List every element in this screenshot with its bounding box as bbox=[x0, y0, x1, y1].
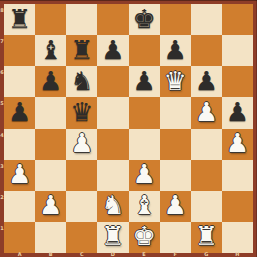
piece-white-pawn[interactable]: ♟ bbox=[8, 161, 31, 187]
square-c5[interactable]: ♛ bbox=[66, 97, 97, 128]
piece-black-bishop[interactable]: ♝ bbox=[39, 37, 62, 63]
square-g7[interactable] bbox=[191, 35, 222, 66]
square-c7[interactable]: ♜ bbox=[66, 35, 97, 66]
square-d4[interactable] bbox=[97, 129, 128, 160]
square-a8[interactable]: ♜ bbox=[4, 4, 35, 35]
square-h6[interactable] bbox=[222, 66, 253, 97]
square-h5[interactable]: ♟ bbox=[222, 97, 253, 128]
square-d5[interactable] bbox=[97, 97, 128, 128]
piece-white-pawn[interactable]: ♟ bbox=[39, 192, 62, 218]
square-d3[interactable] bbox=[97, 160, 128, 191]
square-c3[interactable] bbox=[66, 160, 97, 191]
board: ♜♚♝♜♟♟♟♞♟♛♟♟♛♟♟♟♟♟♟♟♞♝♟♜♚♜ bbox=[4, 4, 253, 253]
square-b6[interactable]: ♟ bbox=[35, 66, 66, 97]
square-d1[interactable]: ♜ bbox=[97, 222, 128, 253]
piece-black-pawn[interactable]: ♟ bbox=[132, 68, 155, 94]
square-h2[interactable] bbox=[222, 191, 253, 222]
square-g5[interactable]: ♟ bbox=[191, 97, 222, 128]
piece-black-pawn[interactable]: ♟ bbox=[39, 68, 62, 94]
square-e6[interactable]: ♟ bbox=[129, 66, 160, 97]
square-b2[interactable]: ♟ bbox=[35, 191, 66, 222]
square-b4[interactable] bbox=[35, 129, 66, 160]
square-h8[interactable] bbox=[222, 4, 253, 35]
piece-black-pawn[interactable]: ♟ bbox=[195, 68, 218, 94]
piece-white-rook[interactable]: ♜ bbox=[195, 223, 218, 249]
square-d6[interactable] bbox=[97, 66, 128, 97]
piece-white-pawn[interactable]: ♟ bbox=[195, 99, 218, 125]
piece-white-pawn[interactable]: ♟ bbox=[132, 161, 155, 187]
square-e4[interactable] bbox=[129, 129, 160, 160]
square-a4[interactable] bbox=[4, 129, 35, 160]
square-d2[interactable]: ♞ bbox=[97, 191, 128, 222]
piece-black-pawn[interactable]: ♟ bbox=[8, 99, 31, 125]
square-h1[interactable] bbox=[222, 222, 253, 253]
square-g2[interactable] bbox=[191, 191, 222, 222]
piece-black-knight[interactable]: ♞ bbox=[70, 68, 93, 94]
square-c6[interactable]: ♞ bbox=[66, 66, 97, 97]
piece-white-bishop[interactable]: ♝ bbox=[132, 192, 155, 218]
piece-black-pawn[interactable]: ♟ bbox=[101, 37, 124, 63]
square-f5[interactable] bbox=[160, 97, 191, 128]
square-c1[interactable] bbox=[66, 222, 97, 253]
piece-white-queen[interactable]: ♛ bbox=[164, 68, 187, 94]
square-h4[interactable]: ♟ bbox=[222, 129, 253, 160]
square-d8[interactable] bbox=[97, 4, 128, 35]
square-a1[interactable] bbox=[4, 222, 35, 253]
square-h7[interactable] bbox=[222, 35, 253, 66]
piece-white-knight[interactable]: ♞ bbox=[101, 192, 124, 218]
square-f2[interactable]: ♟ bbox=[160, 191, 191, 222]
piece-white-pawn[interactable]: ♟ bbox=[70, 130, 93, 156]
square-b8[interactable] bbox=[35, 4, 66, 35]
square-e5[interactable] bbox=[129, 97, 160, 128]
square-g1[interactable]: ♜ bbox=[191, 222, 222, 253]
piece-black-pawn[interactable]: ♟ bbox=[226, 99, 249, 125]
square-f6[interactable]: ♛ bbox=[160, 66, 191, 97]
square-h3[interactable] bbox=[222, 160, 253, 191]
square-a3[interactable]: ♟ bbox=[4, 160, 35, 191]
piece-white-pawn[interactable]: ♟ bbox=[164, 192, 187, 218]
square-g4[interactable] bbox=[191, 129, 222, 160]
square-b3[interactable] bbox=[35, 160, 66, 191]
square-g8[interactable] bbox=[191, 4, 222, 35]
square-f7[interactable]: ♟ bbox=[160, 35, 191, 66]
piece-black-king[interactable]: ♚ bbox=[132, 6, 155, 32]
square-b1[interactable] bbox=[35, 222, 66, 253]
square-e7[interactable] bbox=[129, 35, 160, 66]
piece-white-king[interactable]: ♚ bbox=[132, 223, 155, 249]
piece-black-rook[interactable]: ♜ bbox=[70, 37, 93, 63]
square-f1[interactable] bbox=[160, 222, 191, 253]
square-a5[interactable]: ♟ bbox=[4, 97, 35, 128]
square-e8[interactable]: ♚ bbox=[129, 4, 160, 35]
square-a2[interactable] bbox=[4, 191, 35, 222]
square-c4[interactable]: ♟ bbox=[66, 129, 97, 160]
square-e3[interactable]: ♟ bbox=[129, 160, 160, 191]
square-g3[interactable] bbox=[191, 160, 222, 191]
piece-white-rook[interactable]: ♜ bbox=[101, 223, 124, 249]
square-c8[interactable] bbox=[66, 4, 97, 35]
square-a7[interactable] bbox=[4, 35, 35, 66]
square-e1[interactable]: ♚ bbox=[129, 222, 160, 253]
square-d7[interactable]: ♟ bbox=[97, 35, 128, 66]
square-b7[interactable]: ♝ bbox=[35, 35, 66, 66]
square-f3[interactable] bbox=[160, 160, 191, 191]
square-c2[interactable] bbox=[66, 191, 97, 222]
piece-black-queen[interactable]: ♛ bbox=[70, 99, 93, 125]
square-b5[interactable] bbox=[35, 97, 66, 128]
piece-black-rook[interactable]: ♜ bbox=[8, 6, 31, 32]
square-f4[interactable] bbox=[160, 129, 191, 160]
piece-white-pawn[interactable]: ♟ bbox=[226, 130, 249, 156]
chess-board-frame: ♜♚♝♜♟♟♟♞♟♛♟♟♛♟♟♟♟♟♟♟♞♝♟♜♚♜ 87654321 ABCD… bbox=[0, 0, 257, 257]
square-e2[interactable]: ♝ bbox=[129, 191, 160, 222]
piece-black-pawn[interactable]: ♟ bbox=[164, 37, 187, 63]
square-f8[interactable] bbox=[160, 4, 191, 35]
square-g6[interactable]: ♟ bbox=[191, 66, 222, 97]
square-a6[interactable] bbox=[4, 66, 35, 97]
